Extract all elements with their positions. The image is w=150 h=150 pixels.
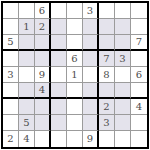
sudoku-cell-r1c8[interactable]: [115, 3, 131, 19]
sudoku-cell-r3c7[interactable]: [99, 35, 115, 51]
sudoku-cell-r3c5[interactable]: [67, 35, 83, 51]
sudoku-cell-r7c1[interactable]: [3, 99, 19, 115]
sudoku-cell-r5c4[interactable]: [51, 67, 67, 83]
sudoku-cell-r1c2[interactable]: [19, 3, 35, 19]
sudoku-cell-r8c6[interactable]: [83, 115, 99, 131]
sudoku-cell-r8c9[interactable]: [131, 115, 147, 131]
sudoku-cell-r5c3[interactable]: 9: [35, 67, 51, 83]
sudoku-cell-r8c5[interactable]: [67, 115, 83, 131]
sudoku-cell-r3c9[interactable]: 7: [131, 35, 147, 51]
sudoku-cell-r1c1[interactable]: [3, 3, 19, 19]
sudoku-cell-r6c9[interactable]: [131, 83, 147, 99]
sudoku-cell-r4c2[interactable]: [19, 51, 35, 67]
sudoku-cell-r6c3[interactable]: 4: [35, 83, 51, 99]
sudoku-cell-r5c2[interactable]: [19, 67, 35, 83]
given-digit: 3: [7, 70, 13, 80]
given-digit: 7: [103, 54, 109, 64]
given-digit: 3: [103, 118, 109, 128]
sudoku-cell-r7c8[interactable]: [115, 99, 131, 115]
sudoku-cell-r3c6[interactable]: [83, 35, 99, 51]
sudoku-cell-r6c6[interactable]: [83, 83, 99, 99]
given-digit: 5: [7, 37, 13, 47]
sudoku-cell-r8c3[interactable]: [35, 115, 51, 131]
sudoku-cell-r2c1[interactable]: [3, 19, 19, 35]
page: 6312576733918642453249: [0, 0, 150, 150]
sudoku-board: 6312576733918642453249: [1, 1, 149, 149]
given-digit: 2: [103, 102, 109, 112]
sudoku-cell-r3c4[interactable]: [51, 35, 67, 51]
sudoku-cell-r7c6[interactable]: [83, 99, 99, 115]
sudoku-cell-r5c7[interactable]: 8: [99, 67, 115, 83]
sudoku-cell-r5c1[interactable]: 3: [3, 67, 19, 83]
sudoku-cell-r1c3[interactable]: 6: [35, 3, 51, 19]
sudoku-cell-r4c5[interactable]: 6: [67, 51, 83, 67]
sudoku-cell-r1c9[interactable]: [131, 3, 147, 19]
given-digit: 1: [71, 70, 77, 80]
sudoku-cell-r6c2[interactable]: [19, 83, 35, 99]
sudoku-cell-r3c8[interactable]: [115, 35, 131, 51]
sudoku-cell-r4c9[interactable]: [131, 51, 147, 67]
sudoku-cell-r1c4[interactable]: [51, 3, 67, 19]
sudoku-cell-r7c9[interactable]: 4: [131, 99, 147, 115]
sudoku-cell-r9c8[interactable]: [115, 131, 131, 147]
sudoku-cell-r8c4[interactable]: [51, 115, 67, 131]
sudoku-cell-r2c5[interactable]: [67, 19, 83, 35]
sudoku-cell-r9c5[interactable]: [67, 131, 83, 147]
sudoku-cell-r9c9[interactable]: [131, 131, 147, 147]
given-digit: 5: [23, 118, 29, 128]
given-digit: 2: [39, 22, 45, 32]
sudoku-cell-r2c7[interactable]: [99, 19, 115, 35]
sudoku-cell-r2c2[interactable]: 1: [19, 19, 35, 35]
sudoku-cell-r5c5[interactable]: 1: [67, 67, 83, 83]
given-digit: 7: [136, 37, 142, 47]
sudoku-cell-r2c8[interactable]: [115, 19, 131, 35]
sudoku-cell-r2c9[interactable]: [131, 19, 147, 35]
sudoku-cell-r7c2[interactable]: [19, 99, 35, 115]
sudoku-cell-r2c6[interactable]: [83, 19, 99, 35]
sudoku-cell-r3c1[interactable]: 5: [3, 35, 19, 51]
sudoku-cell-r7c4[interactable]: [51, 99, 67, 115]
given-digit: 4: [23, 134, 29, 144]
sudoku-cell-r4c7[interactable]: 7: [99, 51, 115, 67]
given-digit: 6: [71, 54, 77, 64]
sudoku-cell-r9c2[interactable]: 4: [19, 131, 35, 147]
sudoku-cell-r9c6[interactable]: 9: [83, 131, 99, 147]
sudoku-cell-r2c4[interactable]: [51, 19, 67, 35]
sudoku-cell-r9c3[interactable]: [35, 131, 51, 147]
given-digit: 9: [39, 70, 45, 80]
given-digit: 3: [87, 6, 93, 16]
sudoku-cell-r8c7[interactable]: 3: [99, 115, 115, 131]
given-digit: 4: [136, 102, 142, 112]
sudoku-cell-r7c7[interactable]: 2: [99, 99, 115, 115]
given-digit: 2: [7, 134, 13, 144]
sudoku-cell-r7c5[interactable]: [67, 99, 83, 115]
sudoku-cell-r7c3[interactable]: [35, 99, 51, 115]
sudoku-cell-r6c1[interactable]: [3, 83, 19, 99]
sudoku-cell-r8c1[interactable]: [3, 115, 19, 131]
sudoku-cell-r6c7[interactable]: [99, 83, 115, 99]
sudoku-cell-r8c2[interactable]: 5: [19, 115, 35, 131]
sudoku-cell-r9c7[interactable]: [99, 131, 115, 147]
sudoku-cell-r5c6[interactable]: [83, 67, 99, 83]
sudoku-cell-r6c8[interactable]: [115, 83, 131, 99]
sudoku-cell-r6c4[interactable]: [51, 83, 67, 99]
given-digit: 1: [23, 22, 29, 32]
sudoku-cell-r9c4[interactable]: [51, 131, 67, 147]
given-digit: 4: [39, 85, 45, 95]
sudoku-cell-r8c8[interactable]: [115, 115, 131, 131]
sudoku-cell-r2c3[interactable]: 2: [35, 19, 51, 35]
sudoku-cell-r4c8[interactable]: 3: [115, 51, 131, 67]
sudoku-cell-r3c2[interactable]: [19, 35, 35, 51]
sudoku-cell-r4c4[interactable]: [51, 51, 67, 67]
sudoku-cell-r3c3[interactable]: [35, 35, 51, 51]
sudoku-cell-r9c1[interactable]: 2: [3, 131, 19, 147]
sudoku-cell-r1c7[interactable]: [99, 3, 115, 19]
sudoku-cell-r1c6[interactable]: 3: [83, 3, 99, 19]
given-digit: 9: [87, 134, 93, 144]
sudoku-cell-r4c3[interactable]: [35, 51, 51, 67]
given-digit: 6: [39, 6, 45, 16]
sudoku-cell-r6c5[interactable]: [67, 83, 83, 99]
given-digit: 6: [136, 70, 142, 80]
sudoku-cell-r5c8[interactable]: [115, 67, 131, 83]
given-digit: 8: [103, 70, 109, 80]
given-digit: 3: [119, 54, 125, 64]
sudoku-cell-r4c6[interactable]: [83, 51, 99, 67]
sudoku-cell-r1c5[interactable]: [67, 3, 83, 19]
sudoku-cell-r5c9[interactable]: 6: [131, 67, 147, 83]
sudoku-cell-r4c1[interactable]: [3, 51, 19, 67]
